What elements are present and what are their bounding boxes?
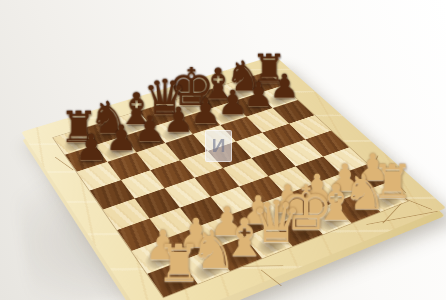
watermark: И (205, 130, 232, 162)
square-f4 (251, 149, 295, 176)
crack-line (243, 265, 284, 266)
black-rook-h8: ♜ (251, 49, 286, 88)
white-rook-h1: ♜ (372, 159, 413, 205)
chessboard: ♜♞♝♛♚♝♞♜♟♟♟♟♟♟♟♟♟♟♟♟♟♟♟♟♜♞♝♛♚♝♞♜ (53, 72, 407, 297)
watermark-letter: И (212, 135, 226, 157)
white-pawn-h2: ♟ (356, 149, 389, 186)
square-a5 (90, 180, 135, 210)
chessboard-slab: ♜♞♝♛♚♝♞♜♟♟♟♟♟♟♟♟♟♟♟♟♟♟♟♟♜♞♝♛♚♝♞♜ (21, 55, 446, 300)
photo-background: ♜♞♝♛♚♝♞♜♟♟♟♟♟♟♟♟♟♟♟♟♟♟♟♟♜♞♝♛♚♝♞♜ И (0, 0, 446, 300)
